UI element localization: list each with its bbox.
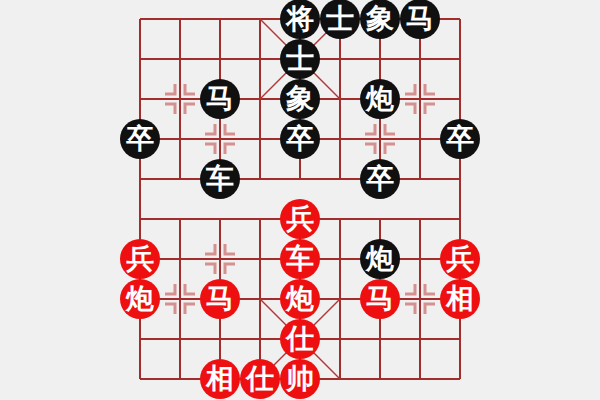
point-marker — [405, 304, 415, 314]
piece-black-advisor[interactable]: 士 — [320, 0, 360, 39]
point-marker — [185, 84, 195, 94]
point-marker — [225, 124, 235, 134]
point-marker — [225, 144, 235, 154]
piece-black-horse[interactable]: 马 — [400, 0, 440, 39]
piece-red-chariot[interactable]: 车 — [280, 239, 320, 279]
point-marker — [205, 124, 215, 134]
piece-black-cannon[interactable]: 炮 — [360, 79, 400, 119]
point-marker — [425, 84, 435, 94]
point-marker — [365, 124, 375, 134]
piece-black-advisor[interactable]: 士 — [280, 39, 320, 79]
xiangqi-board: 将士象马士马象炮卒卒卒车卒炮兵兵车兵炮马炮马相仕相仕帅 — [0, 0, 600, 400]
piece-red-soldier[interactable]: 兵 — [280, 199, 320, 239]
piece-red-elephant[interactable]: 相 — [440, 279, 480, 319]
piece-red-soldier[interactable]: 兵 — [440, 239, 480, 279]
piece-black-cannon[interactable]: 炮 — [360, 239, 400, 279]
piece-red-cannon[interactable]: 炮 — [120, 279, 160, 319]
point-marker — [405, 284, 415, 294]
point-marker — [425, 284, 435, 294]
point-marker — [185, 104, 195, 114]
piece-red-horse[interactable]: 马 — [200, 279, 240, 319]
point-marker — [165, 304, 175, 314]
point-marker — [205, 244, 215, 254]
piece-black-soldier[interactable]: 卒 — [440, 119, 480, 159]
point-marker — [205, 144, 215, 154]
point-marker — [425, 104, 435, 114]
piece-red-soldier[interactable]: 兵 — [120, 239, 160, 279]
point-marker — [225, 264, 235, 274]
point-marker — [185, 304, 195, 314]
point-marker — [165, 84, 175, 94]
piece-black-chariot[interactable]: 车 — [200, 159, 240, 199]
point-marker — [385, 124, 395, 134]
piece-red-general[interactable]: 帅 — [280, 359, 320, 399]
point-marker — [165, 104, 175, 114]
piece-red-advisor[interactable]: 仕 — [280, 319, 320, 359]
piece-red-advisor[interactable]: 仕 — [240, 359, 280, 399]
piece-black-soldier[interactable]: 卒 — [120, 119, 160, 159]
piece-black-general[interactable]: 将 — [280, 0, 320, 39]
piece-black-soldier[interactable]: 卒 — [360, 159, 400, 199]
piece-red-elephant[interactable]: 相 — [200, 359, 240, 399]
point-marker — [185, 284, 195, 294]
piece-red-cannon[interactable]: 炮 — [280, 279, 320, 319]
piece-black-soldier[interactable]: 卒 — [280, 119, 320, 159]
point-marker — [165, 284, 175, 294]
piece-black-horse[interactable]: 马 — [200, 79, 240, 119]
point-marker — [385, 144, 395, 154]
point-marker — [205, 264, 215, 274]
point-marker — [365, 144, 375, 154]
point-marker — [405, 104, 415, 114]
piece-black-elephant[interactable]: 象 — [280, 79, 320, 119]
point-marker — [405, 84, 415, 94]
point-marker — [425, 304, 435, 314]
point-marker — [225, 244, 235, 254]
piece-black-elephant[interactable]: 象 — [360, 0, 400, 39]
piece-red-horse[interactable]: 马 — [360, 279, 400, 319]
